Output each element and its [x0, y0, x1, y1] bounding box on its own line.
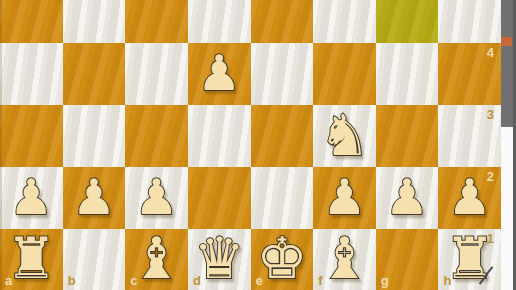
scrollbar[interactable] — [501, 0, 516, 290]
file-label-g: g — [381, 274, 389, 287]
rank-label-2: 2 — [487, 170, 494, 183]
square-e3[interactable] — [251, 105, 314, 167]
file-label-e: e — [256, 274, 263, 287]
white-bishop[interactable]: ♝ — [313, 229, 376, 289]
chess-app-view: ♟4♞3♟♟♟♟♟♟2♜ab♝c♛d♚e♝fg♜h1 — [0, 0, 516, 290]
square-a3[interactable] — [0, 105, 63, 167]
square-c2[interactable]: ♟ — [125, 167, 188, 229]
white-pawn[interactable]: ♟ — [125, 167, 188, 228]
square-b1[interactable]: b — [63, 229, 126, 290]
square-h2[interactable]: ♟2 — [438, 167, 501, 229]
square-a2[interactable]: ♟ — [0, 167, 63, 229]
square-f3[interactable]: ♞ — [313, 105, 376, 167]
white-pawn[interactable]: ♟ — [63, 167, 126, 228]
square-d3[interactable] — [188, 105, 251, 167]
scrollbar-marker-icon — [501, 37, 512, 46]
square-d1[interactable]: ♛d — [188, 229, 251, 290]
rank-label-3: 3 — [487, 108, 494, 121]
chess-board[interactable]: ♟4♞3♟♟♟♟♟♟2♜ab♝c♛d♚e♝fg♜h1 — [0, 0, 501, 290]
white-pawn[interactable]: ♟ — [313, 167, 376, 228]
square-e1[interactable]: ♚e — [251, 229, 314, 290]
file-label-h: h — [443, 274, 451, 287]
board-resize-handle[interactable] — [477, 265, 497, 287]
square-e4[interactable] — [251, 43, 314, 105]
white-pawn[interactable]: ♟ — [0, 167, 63, 228]
square-f2[interactable]: ♟ — [313, 167, 376, 229]
white-pawn[interactable]: ♟ — [188, 43, 251, 104]
file-label-c: c — [130, 274, 137, 287]
square-e2[interactable] — [251, 167, 314, 229]
square-f5[interactable] — [313, 0, 376, 43]
square-c3[interactable] — [125, 105, 188, 167]
square-h4[interactable]: 4 — [438, 43, 501, 105]
square-c4[interactable] — [125, 43, 188, 105]
rank-label-4: 4 — [487, 46, 494, 59]
file-label-b: b — [68, 274, 76, 287]
square-a4[interactable] — [0, 43, 63, 105]
file-label-f: f — [318, 274, 322, 287]
square-d5[interactable] — [188, 0, 251, 43]
square-a1[interactable]: ♜a — [0, 229, 63, 290]
square-h5[interactable] — [438, 0, 501, 43]
square-e5[interactable] — [251, 0, 314, 43]
square-d2[interactable] — [188, 167, 251, 229]
square-g4[interactable] — [376, 43, 439, 105]
white-pawn[interactable]: ♟ — [376, 167, 439, 228]
square-b3[interactable] — [63, 105, 126, 167]
square-g5[interactable] — [376, 0, 439, 43]
square-d4[interactable]: ♟ — [188, 43, 251, 105]
square-b5[interactable] — [63, 0, 126, 43]
square-c1[interactable]: ♝c — [125, 229, 188, 290]
file-label-a: a — [5, 274, 12, 287]
square-b2[interactable]: ♟ — [63, 167, 126, 229]
square-g2[interactable]: ♟ — [376, 167, 439, 229]
white-knight[interactable]: ♞ — [313, 105, 376, 166]
square-f1[interactable]: ♝f — [313, 229, 376, 290]
square-b4[interactable] — [63, 43, 126, 105]
rank-label-1: 1 — [487, 232, 494, 245]
file-label-d: d — [193, 274, 201, 287]
square-f4[interactable] — [313, 43, 376, 105]
square-g3[interactable] — [376, 105, 439, 167]
square-h3[interactable]: 3 — [438, 105, 501, 167]
square-g1[interactable]: g — [376, 229, 439, 290]
square-a5[interactable] — [0, 0, 63, 43]
square-c5[interactable] — [125, 0, 188, 43]
